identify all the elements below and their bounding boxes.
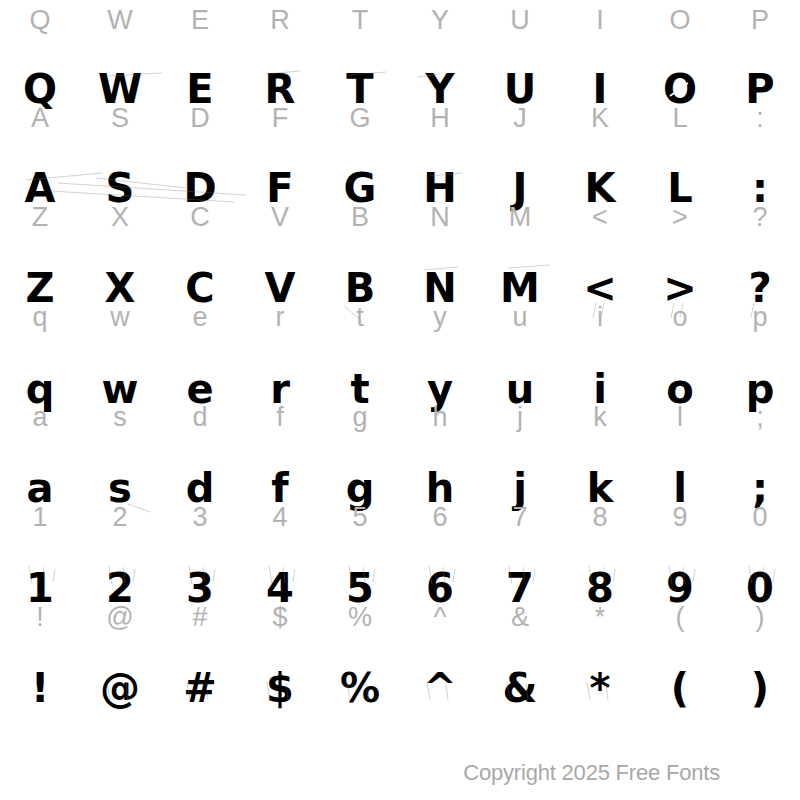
glyph-cell: X <box>80 204 160 231</box>
glyph-cell: M <box>480 204 560 231</box>
specimen-line-gray-2: ASDFGHJKL: <box>0 105 800 132</box>
glyph-cell: 7 <box>480 504 560 531</box>
glyph-cell: S <box>80 105 160 132</box>
glyph-cell: A <box>0 105 80 132</box>
glyph-cell: # <box>160 604 240 631</box>
glyph-cell: o <box>640 304 720 331</box>
glyph-cell: 9 <box>640 504 720 531</box>
glyph-cell: a <box>0 404 80 431</box>
glyph-cell: 5 <box>320 504 400 531</box>
glyph-cell: 8 <box>560 504 640 531</box>
glyph-cell: * <box>560 604 640 631</box>
glyph-cell: J <box>480 105 560 132</box>
font-specimen-sheet: QWERTYUIOPQWERTYUIOPASDFGHJKL:ASDFGHJKL:… <box>0 0 800 800</box>
glyph-cell: G <box>320 105 400 132</box>
glyph-cell: k <box>560 404 640 431</box>
specimen-line-gray-4: ZXCVBNM<>? <box>0 204 800 231</box>
glyph-cell: & <box>480 668 560 708</box>
glyph-cell: j <box>480 404 560 431</box>
glyph-cell: Y <box>400 7 480 34</box>
glyph-cell: ! <box>0 604 80 631</box>
glyph-cell: H <box>400 105 480 132</box>
glyph-cell: & <box>480 604 560 631</box>
glyph-cell: ( <box>640 668 720 708</box>
glyph-cell: r <box>240 304 320 331</box>
glyph-cell: p <box>720 304 800 331</box>
glyph-cell: l <box>640 404 720 431</box>
glyph-cell: * <box>560 668 640 708</box>
glyph-cell: ) <box>720 668 800 708</box>
glyph-cell: R <box>240 7 320 34</box>
glyph-cell: ^ <box>400 604 480 631</box>
glyph-cell: ^ <box>400 668 480 708</box>
glyph-cell: 0 <box>720 504 800 531</box>
glyph-cell: @ <box>80 668 160 708</box>
glyph-cell: 2 <box>80 504 160 531</box>
glyph-cell: O <box>640 7 720 34</box>
glyph-cell: # <box>160 668 240 708</box>
glyph-cell: h <box>400 404 480 431</box>
glyph-cell: % <box>320 604 400 631</box>
glyph-cell: g <box>320 404 400 431</box>
glyph-cell: T <box>320 7 400 34</box>
glyph-cell: U <box>480 7 560 34</box>
glyph-cell: V <box>240 204 320 231</box>
specimen-line-black-13: !@#$%^&*() <box>0 668 800 708</box>
glyph-cell: u <box>480 304 560 331</box>
glyph-cell: w <box>80 304 160 331</box>
glyph-cell: E <box>160 7 240 34</box>
glyph-cell: Z <box>0 204 80 231</box>
specimen-line-gray-10: 1234567890 <box>0 504 800 531</box>
glyph-cell: 1 <box>0 504 80 531</box>
glyph-cell: ( <box>640 604 720 631</box>
glyph-cell: ; <box>720 404 800 431</box>
glyph-cell: 6 <box>400 504 480 531</box>
glyph-cell: > <box>640 204 720 231</box>
glyph-cell: C <box>160 204 240 231</box>
specimen-line-gray-0: QWERTYUIOP <box>0 7 800 34</box>
glyph-cell: y <box>400 304 480 331</box>
glyph-cell: W <box>80 7 160 34</box>
glyph-cell: I <box>560 7 640 34</box>
glyph-cell: f <box>240 404 320 431</box>
specimen-line-gray-8: asdfghjkl; <box>0 404 800 431</box>
glyph-cell: P <box>720 7 800 34</box>
glyph-cell: e <box>160 304 240 331</box>
glyph-cell: $ <box>240 668 320 708</box>
specimen-line-gray-12: !@#$%^&*() <box>0 604 800 631</box>
glyph-cell: % <box>320 668 400 708</box>
glyph-cell: 4 <box>240 504 320 531</box>
glyph-cell: B <box>320 204 400 231</box>
specimen-line-gray-6: qwertyuiop <box>0 304 800 331</box>
glyph-cell: 3 <box>160 504 240 531</box>
glyph-cell: d <box>160 404 240 431</box>
glyph-cell: ! <box>0 668 80 708</box>
glyph-cell: D <box>160 105 240 132</box>
glyph-cell: L <box>640 105 720 132</box>
glyph-cell: q <box>0 304 80 331</box>
glyph-cell: F <box>240 105 320 132</box>
glyph-cell: s <box>80 404 160 431</box>
glyph-cell: ? <box>720 204 800 231</box>
glyph-cell: : <box>720 105 800 132</box>
glyph-cell: i <box>560 304 640 331</box>
glyph-cell: N <box>400 204 480 231</box>
glyph-cell: ) <box>720 604 800 631</box>
glyph-cell: $ <box>240 604 320 631</box>
glyph-cell: t <box>320 304 400 331</box>
glyph-cell: K <box>560 105 640 132</box>
glyph-cell: @ <box>80 604 160 631</box>
glyph-cell: Q <box>0 7 80 34</box>
glyph-cell: < <box>560 204 640 231</box>
copyright-watermark: Copyright 2025 Free Fonts <box>463 762 720 784</box>
